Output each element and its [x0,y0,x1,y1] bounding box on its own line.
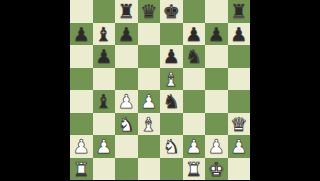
black-rook[interactable]: ♜ [118,0,135,22]
white-rook[interactable]: ♜ [185,157,202,180]
white-king[interactable]: ♚ [208,157,225,180]
black-pawn[interactable]: ♟ [185,22,202,45]
square-d5[interactable] [138,68,161,91]
square-d4[interactable]: ♟ [138,90,161,113]
square-g1[interactable]: ♚ [205,158,228,181]
square-c5[interactable] [115,68,138,91]
square-a6[interactable] [70,45,93,68]
square-b2[interactable]: ♟ [93,135,116,158]
square-e5[interactable]: ♝ [160,68,183,91]
square-a7[interactable]: ♟ [70,23,93,46]
white-pawn[interactable]: ♟ [140,90,157,113]
square-h5[interactable] [228,68,251,91]
square-h4[interactable] [228,90,251,113]
square-c2[interactable] [115,135,138,158]
square-c8[interactable]: ♜ [115,0,138,23]
square-d2[interactable] [138,135,161,158]
square-b6[interactable]: ♟ [93,45,116,68]
square-d3[interactable]: ♝ [138,113,161,136]
square-a3[interactable] [70,113,93,136]
square-c3[interactable]: ♞ [115,113,138,136]
white-pawn[interactable]: ♟ [73,135,90,158]
white-pawn[interactable]: ♟ [185,135,202,158]
black-knight[interactable]: ♞ [163,90,180,113]
square-h7[interactable]: ♟ [228,23,251,46]
white-knight[interactable]: ♞ [118,112,135,135]
square-d1[interactable] [138,158,161,181]
black-rook[interactable]: ♜ [230,0,247,22]
black-king[interactable]: ♚ [163,0,180,22]
square-b7[interactable]: ♝ [93,23,116,46]
square-c7[interactable]: ♟ [115,23,138,46]
white-knight[interactable]: ♞ [163,135,180,158]
square-f7[interactable]: ♟ [183,23,206,46]
app-background: ♜♛♚♜♟♝♟♟♟♟♟♟♞♝♝♟♟♞♞♝♛♟♟♞♟♟♟♜♜♚ [0,0,320,180]
square-f8[interactable] [183,0,206,23]
square-e3[interactable] [160,113,183,136]
square-e8[interactable]: ♚ [160,0,183,23]
black-pawn[interactable]: ♟ [230,22,247,45]
black-pawn[interactable]: ♟ [208,22,225,45]
square-b5[interactable] [93,68,116,91]
black-knight[interactable]: ♞ [185,45,202,68]
square-a1[interactable]: ♜ [70,158,93,181]
square-f1[interactable]: ♜ [183,158,206,181]
square-h3[interactable]: ♛ [228,113,251,136]
square-c1[interactable] [115,158,138,181]
square-g4[interactable] [205,90,228,113]
white-pawn[interactable]: ♟ [95,135,112,158]
square-a4[interactable] [70,90,93,113]
square-h8[interactable]: ♜ [228,0,251,23]
white-pawn[interactable]: ♟ [118,90,135,113]
square-d7[interactable] [138,23,161,46]
square-g5[interactable] [205,68,228,91]
square-g8[interactable] [205,0,228,23]
square-a8[interactable] [70,0,93,23]
square-g3[interactable] [205,113,228,136]
black-pawn[interactable]: ♟ [95,45,112,68]
white-bishop[interactable]: ♝ [163,67,180,90]
black-queen[interactable]: ♛ [140,0,157,22]
white-pawn[interactable]: ♟ [208,135,225,158]
square-b4[interactable]: ♝ [93,90,116,113]
square-g2[interactable]: ♟ [205,135,228,158]
black-pawn[interactable]: ♟ [73,22,90,45]
square-f4[interactable] [183,90,206,113]
square-a2[interactable]: ♟ [70,135,93,158]
white-pawn[interactable]: ♟ [230,135,247,158]
square-c4[interactable]: ♟ [115,90,138,113]
square-h2[interactable]: ♟ [228,135,251,158]
square-b8[interactable] [93,0,116,23]
square-e7[interactable] [160,23,183,46]
square-h6[interactable] [228,45,251,68]
square-c6[interactable] [115,45,138,68]
square-g7[interactable]: ♟ [205,23,228,46]
square-f2[interactable]: ♟ [183,135,206,158]
square-e1[interactable] [160,158,183,181]
square-f6[interactable]: ♞ [183,45,206,68]
square-e2[interactable]: ♞ [160,135,183,158]
chess-board: ♜♛♚♜♟♝♟♟♟♟♟♟♞♝♝♟♟♞♞♝♛♟♟♞♟♟♟♜♜♚ [70,0,250,180]
square-e4[interactable]: ♞ [160,90,183,113]
white-rook[interactable]: ♜ [73,157,90,180]
square-a5[interactable] [70,68,93,91]
white-bishop[interactable]: ♝ [140,112,157,135]
black-pawn[interactable]: ♟ [118,22,135,45]
square-h1[interactable] [228,158,251,181]
square-d8[interactable]: ♛ [138,0,161,23]
black-pawn[interactable]: ♟ [163,45,180,68]
square-d6[interactable] [138,45,161,68]
square-b1[interactable] [93,158,116,181]
white-queen[interactable]: ♛ [230,112,247,135]
square-f3[interactable] [183,113,206,136]
square-g6[interactable] [205,45,228,68]
square-b3[interactable] [93,113,116,136]
black-bishop[interactable]: ♝ [95,22,112,45]
square-e6[interactable]: ♟ [160,45,183,68]
black-bishop[interactable]: ♝ [95,90,112,113]
square-f5[interactable] [183,68,206,91]
